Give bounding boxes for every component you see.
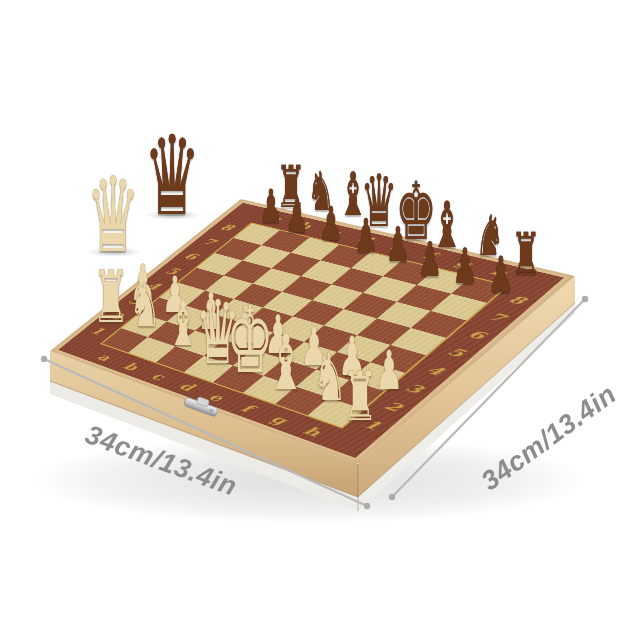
product-photo-chess-set: abcdefgh abcdefgh 87654321 87654321 (0, 0, 640, 640)
metal-clasp-icon (183, 393, 220, 417)
annotations-overlay (0, 0, 640, 640)
